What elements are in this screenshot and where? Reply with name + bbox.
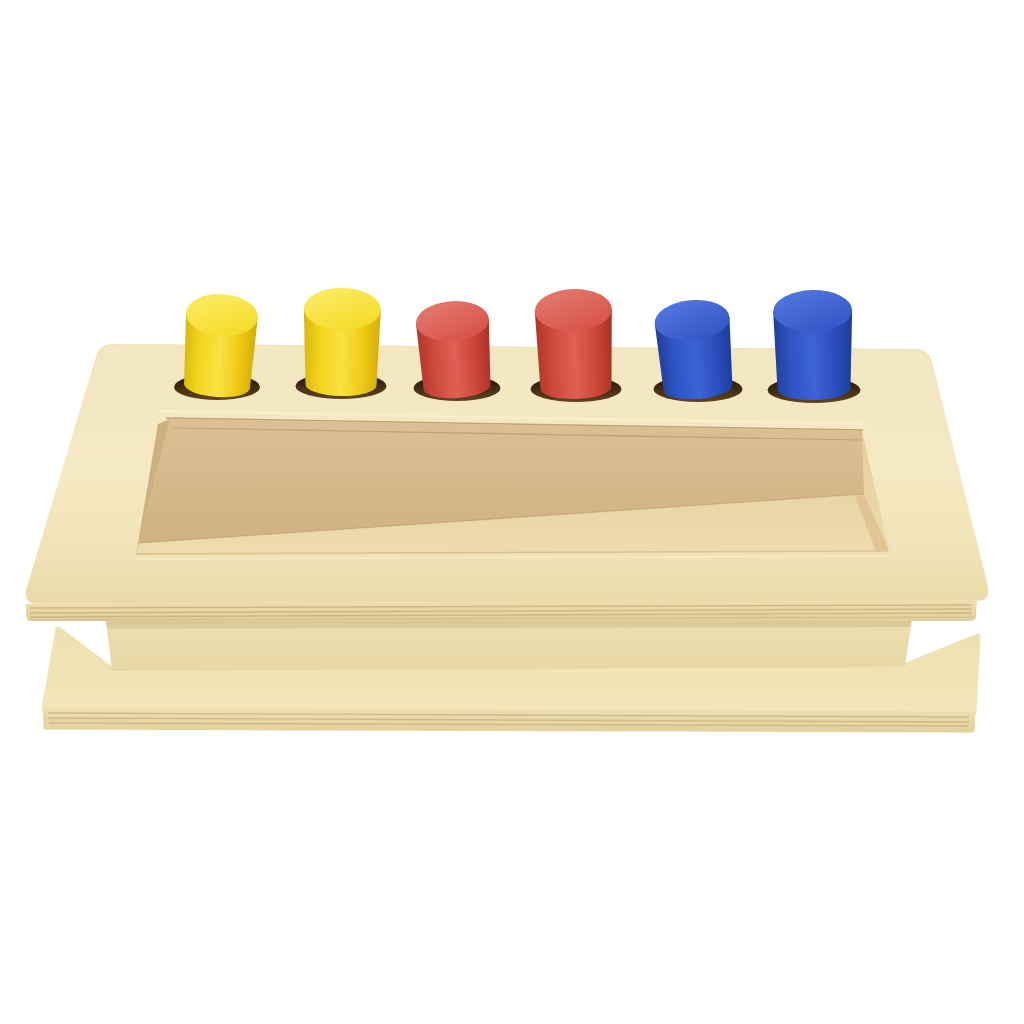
peg-red-2[interactable] [534, 288, 615, 401]
peg-red-1[interactable] [415, 299, 495, 401]
product-photo [0, 0, 1024, 1024]
peg-blue-1[interactable] [653, 297, 736, 402]
peg-box-scene [0, 0, 1024, 1024]
peg-yellow-2[interactable] [302, 287, 381, 396]
peg-yellow-1[interactable] [180, 292, 259, 400]
peg-blue-2[interactable] [773, 289, 854, 400]
recessed-tray [134, 411, 890, 559]
